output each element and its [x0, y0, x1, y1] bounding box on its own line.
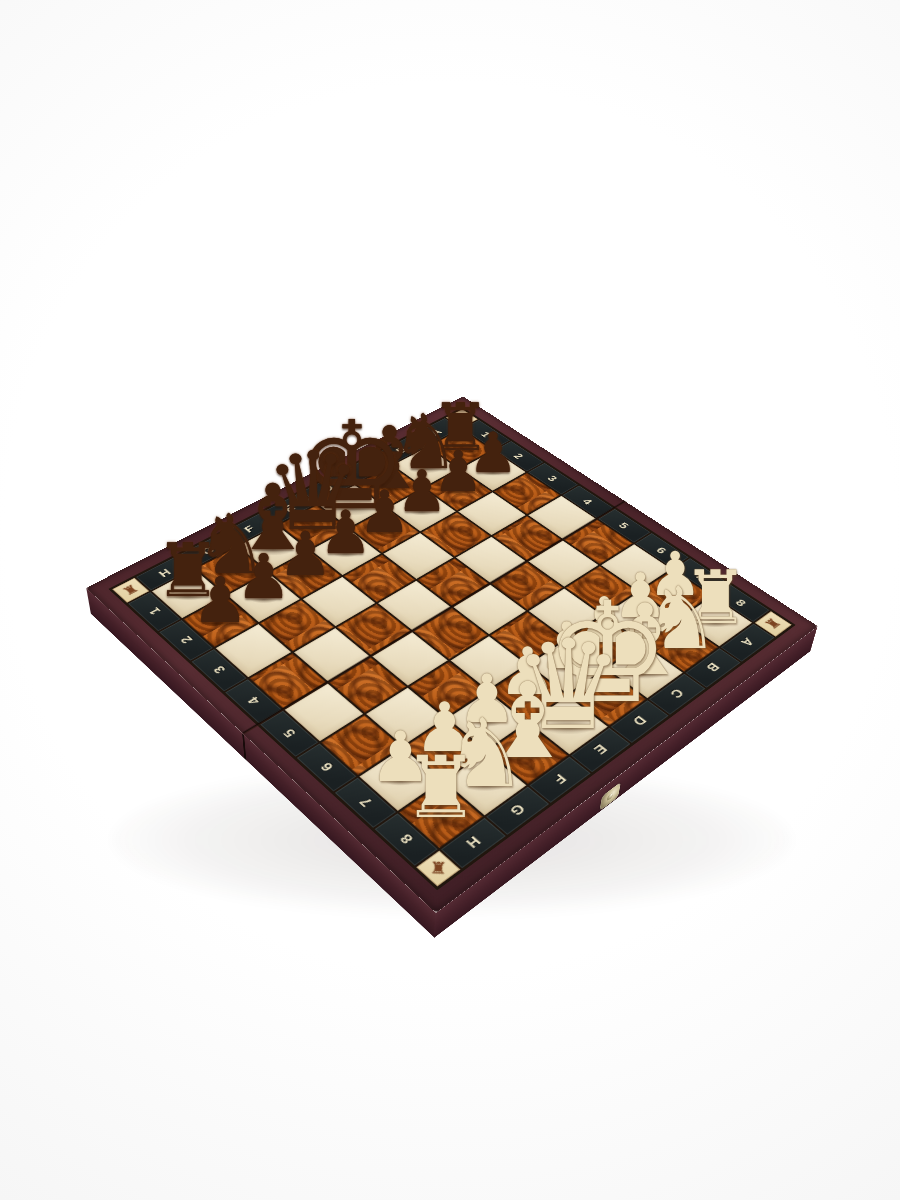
- coordinate-label: 5: [280, 727, 298, 740]
- square-e5[interactable]: [414, 608, 488, 659]
- coordinate-label: 4: [244, 695, 262, 708]
- coordinate-label: 6: [317, 760, 336, 774]
- coordinate-label: 7: [356, 795, 375, 809]
- coordinate-label: 3: [210, 664, 228, 676]
- square-g5[interactable]: [329, 657, 406, 713]
- rook-stamp-icon: ♜: [120, 583, 142, 598]
- clasp-knob-icon: [607, 792, 614, 802]
- piece-dark-pawn-h2[interactable]: ♟: [192, 570, 248, 633]
- square-f4[interactable]: [337, 604, 411, 655]
- square-g4[interactable]: [294, 628, 369, 681]
- box-side-seam: [242, 733, 246, 760]
- coordinate-label: 4: [580, 497, 595, 506]
- rook-stamp-icon: ♜: [762, 616, 784, 631]
- product-photo-stage: ♜12345678♜AABBCCDDEEFFGGHH♜12345678♜ ♜♞♝…: [0, 0, 900, 1200]
- coordinate-label: 3: [546, 474, 561, 483]
- piece-light-rook-h8[interactable]: ♜: [403, 745, 480, 830]
- coordinate-label: 5: [617, 521, 632, 531]
- square-f5[interactable]: [372, 632, 447, 685]
- rook-stamp-icon: ♜: [429, 860, 447, 877]
